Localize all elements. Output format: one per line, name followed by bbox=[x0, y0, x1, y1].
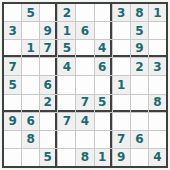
cell-r7c1[interactable]: 9 bbox=[4, 113, 21, 130]
cell-r3c3[interactable]: 7 bbox=[40, 40, 57, 57]
cell-r2c1[interactable]: 3 bbox=[4, 22, 21, 39]
cell-r8c4[interactable] bbox=[58, 131, 75, 148]
cell-r4c2[interactable] bbox=[22, 58, 39, 75]
cell-r6c7[interactable] bbox=[113, 95, 130, 112]
cell-r2c9[interactable] bbox=[149, 22, 166, 39]
cell-r1c8[interactable]: 8 bbox=[131, 4, 148, 21]
cell-r8c2[interactable]: 8 bbox=[22, 131, 39, 148]
cell-r2c6[interactable] bbox=[95, 22, 112, 39]
cell-r5c2[interactable] bbox=[22, 76, 39, 93]
cell-r3c6[interactable]: 4 bbox=[95, 40, 112, 57]
cell-r5c4[interactable] bbox=[58, 76, 75, 93]
cell-r1c6[interactable] bbox=[95, 4, 112, 21]
cell-r2c7[interactable] bbox=[113, 22, 130, 39]
cell-r1c2[interactable]: 5 bbox=[22, 4, 39, 21]
cell-r2c8[interactable]: 5 bbox=[131, 22, 148, 39]
cell-r3c4[interactable]: 5 bbox=[58, 40, 75, 57]
cell-r5c5[interactable] bbox=[76, 76, 93, 93]
sudoku-board: 523813916517549746235612758967487658194 bbox=[2, 2, 168, 168]
cell-r9c3[interactable]: 5 bbox=[40, 149, 57, 166]
cell-r4c6[interactable]: 6 bbox=[95, 58, 112, 75]
cell-r9c4[interactable] bbox=[58, 149, 75, 166]
cell-r1c9[interactable]: 1 bbox=[149, 4, 166, 21]
cell-r5c1[interactable]: 5 bbox=[4, 76, 21, 93]
cell-r4c3[interactable] bbox=[40, 58, 57, 75]
cell-r2c4[interactable]: 1 bbox=[58, 22, 75, 39]
cell-r7c3[interactable] bbox=[40, 113, 57, 130]
cell-r3c8[interactable]: 9 bbox=[131, 40, 148, 57]
cell-r9c8[interactable] bbox=[131, 149, 148, 166]
cell-r5c9[interactable] bbox=[149, 76, 166, 93]
cell-r7c6[interactable] bbox=[95, 113, 112, 130]
cell-r7c2[interactable]: 6 bbox=[22, 113, 39, 130]
cell-r6c5[interactable]: 7 bbox=[76, 95, 93, 112]
cell-r5c3[interactable]: 6 bbox=[40, 76, 57, 93]
cell-r2c2[interactable] bbox=[22, 22, 39, 39]
cell-r6c9[interactable]: 8 bbox=[149, 95, 166, 112]
cell-r8c6[interactable] bbox=[95, 131, 112, 148]
cell-r8c3[interactable] bbox=[40, 131, 57, 148]
cell-r4c7[interactable] bbox=[113, 58, 130, 75]
cell-r9c5[interactable]: 8 bbox=[76, 149, 93, 166]
cell-r4c1[interactable]: 7 bbox=[4, 58, 21, 75]
cell-r4c4[interactable]: 4 bbox=[58, 58, 75, 75]
cell-r1c7[interactable]: 3 bbox=[113, 4, 130, 21]
cell-r6c3[interactable]: 2 bbox=[40, 95, 57, 112]
cell-r1c3[interactable] bbox=[40, 4, 57, 21]
cell-r3c7[interactable] bbox=[113, 40, 130, 57]
cell-r4c5[interactable] bbox=[76, 58, 93, 75]
cell-r7c9[interactable] bbox=[149, 113, 166, 130]
cell-r2c3[interactable]: 9 bbox=[40, 22, 57, 39]
cell-r6c6[interactable]: 5 bbox=[95, 95, 112, 112]
cell-r6c8[interactable] bbox=[131, 95, 148, 112]
cell-r7c5[interactable]: 4 bbox=[76, 113, 93, 130]
cell-r6c1[interactable] bbox=[4, 95, 21, 112]
cell-r1c1[interactable] bbox=[4, 4, 21, 21]
cell-r9c2[interactable] bbox=[22, 149, 39, 166]
cell-r1c5[interactable] bbox=[76, 4, 93, 21]
cell-r8c8[interactable]: 6 bbox=[131, 131, 148, 148]
cell-r6c4[interactable] bbox=[58, 95, 75, 112]
cell-r4c8[interactable]: 2 bbox=[131, 58, 148, 75]
cell-r8c9[interactable] bbox=[149, 131, 166, 148]
cell-r9c9[interactable]: 4 bbox=[149, 149, 166, 166]
cell-r5c8[interactable] bbox=[131, 76, 148, 93]
cell-r6c2[interactable] bbox=[22, 95, 39, 112]
cell-r3c1[interactable] bbox=[4, 40, 21, 57]
cell-r7c4[interactable]: 7 bbox=[58, 113, 75, 130]
cell-r4c9[interactable]: 3 bbox=[149, 58, 166, 75]
sudoku-board-container: 523813916517549746235612758967487658194 bbox=[2, 2, 168, 168]
cell-r8c7[interactable]: 7 bbox=[113, 131, 130, 148]
cell-r9c6[interactable]: 1 bbox=[95, 149, 112, 166]
cell-r9c7[interactable]: 9 bbox=[113, 149, 130, 166]
cell-r3c5[interactable] bbox=[76, 40, 93, 57]
cell-r3c9[interactable] bbox=[149, 40, 166, 57]
cell-r1c4[interactable]: 2 bbox=[58, 4, 75, 21]
cell-r3c2[interactable]: 1 bbox=[22, 40, 39, 57]
cell-r8c5[interactable] bbox=[76, 131, 93, 148]
cell-r9c1[interactable] bbox=[4, 149, 21, 166]
cell-r5c7[interactable]: 1 bbox=[113, 76, 130, 93]
cell-r7c7[interactable] bbox=[113, 113, 130, 130]
cell-r8c1[interactable] bbox=[4, 131, 21, 148]
cell-r7c8[interactable] bbox=[131, 113, 148, 130]
cell-r5c6[interactable] bbox=[95, 76, 112, 93]
cell-r2c5[interactable]: 6 bbox=[76, 22, 93, 39]
